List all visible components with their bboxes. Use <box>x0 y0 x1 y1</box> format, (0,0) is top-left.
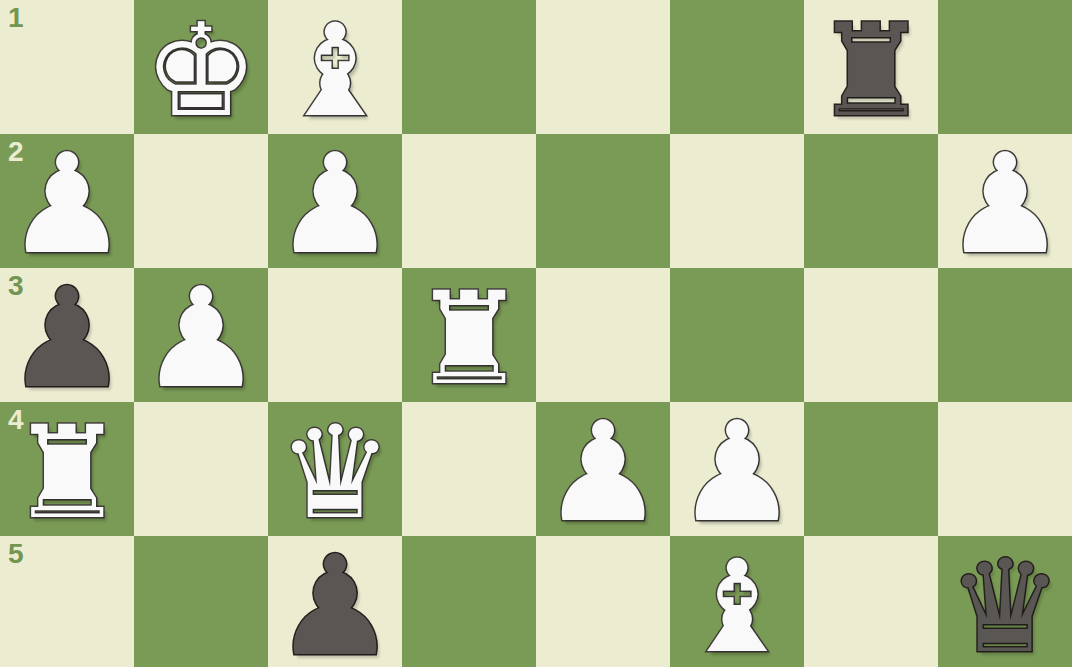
black-queen[interactable]: ♛ <box>948 543 1063 667</box>
square-c1[interactable] <box>670 0 804 134</box>
square-f2[interactable]: ♟ <box>268 134 402 268</box>
chess-board: 1♚♝♜2♟♟♟3♟♟♜4♜♛♟♟5♟♝♛ <box>0 0 1072 667</box>
white-pawn[interactable]: ♟ <box>541 404 665 542</box>
white-pawn[interactable]: ♟ <box>139 270 263 408</box>
white-pawn[interactable]: ♟ <box>273 136 397 274</box>
square-f4[interactable]: ♛ <box>268 402 402 536</box>
square-b3[interactable] <box>804 268 938 402</box>
white-pawn[interactable]: ♟ <box>943 136 1067 274</box>
square-g4[interactable] <box>134 402 268 536</box>
square-g5[interactable] <box>134 536 268 667</box>
square-d2[interactable] <box>536 134 670 268</box>
square-d1[interactable] <box>536 0 670 134</box>
square-e1[interactable] <box>402 0 536 134</box>
square-b5[interactable] <box>804 536 938 667</box>
rank-label-1: 1 <box>8 2 24 34</box>
white-king[interactable]: ♚ <box>144 7 259 135</box>
square-d4[interactable]: ♟ <box>536 402 670 536</box>
square-d3[interactable] <box>536 268 670 402</box>
square-a2[interactable]: ♟ <box>938 134 1072 268</box>
square-a3[interactable] <box>938 268 1072 402</box>
square-f5[interactable]: ♟ <box>268 536 402 667</box>
square-b4[interactable] <box>804 402 938 536</box>
black-rook[interactable]: ♜ <box>814 7 929 135</box>
rank-label-5: 5 <box>8 538 24 570</box>
square-h5[interactable]: 5 <box>0 536 134 667</box>
square-e2[interactable] <box>402 134 536 268</box>
square-h4[interactable]: 4♜ <box>0 402 134 536</box>
square-c4[interactable]: ♟ <box>670 402 804 536</box>
square-c2[interactable] <box>670 134 804 268</box>
square-a1[interactable] <box>938 0 1072 134</box>
square-e3[interactable]: ♜ <box>402 268 536 402</box>
black-pawn[interactable]: ♟ <box>5 270 129 408</box>
square-c3[interactable] <box>670 268 804 402</box>
square-e4[interactable] <box>402 402 536 536</box>
white-queen[interactable]: ♛ <box>278 409 393 537</box>
white-bishop[interactable]: ♝ <box>680 543 795 667</box>
white-bishop[interactable]: ♝ <box>278 7 393 135</box>
square-e5[interactable] <box>402 536 536 667</box>
square-d5[interactable] <box>536 536 670 667</box>
square-h2[interactable]: 2♟ <box>0 134 134 268</box>
square-f1[interactable]: ♝ <box>268 0 402 134</box>
square-a5[interactable]: ♛ <box>938 536 1072 667</box>
white-pawn[interactable]: ♟ <box>5 136 129 274</box>
white-pawn[interactable]: ♟ <box>675 404 799 542</box>
square-c5[interactable]: ♝ <box>670 536 804 667</box>
square-h3[interactable]: 3♟ <box>0 268 134 402</box>
square-f3[interactable] <box>268 268 402 402</box>
square-a4[interactable] <box>938 402 1072 536</box>
square-b2[interactable] <box>804 134 938 268</box>
black-pawn[interactable]: ♟ <box>273 538 397 667</box>
square-g3[interactable]: ♟ <box>134 268 268 402</box>
white-rook[interactable]: ♜ <box>412 275 527 403</box>
square-g2[interactable] <box>134 134 268 268</box>
square-h1[interactable]: 1 <box>0 0 134 134</box>
white-rook[interactable]: ♜ <box>10 409 125 537</box>
square-b1[interactable]: ♜ <box>804 0 938 134</box>
square-g1[interactable]: ♚ <box>134 0 268 134</box>
